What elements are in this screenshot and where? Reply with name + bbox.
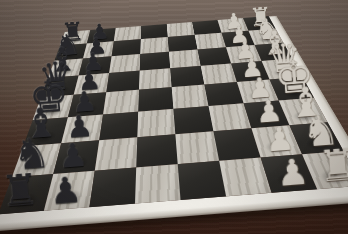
square-f5: [137, 109, 175, 137]
square-g5: [136, 134, 177, 167]
square-f4: [173, 106, 213, 134]
square-g4: [175, 131, 219, 164]
board: ♜♟♟♜♞♟♟♞♝♟♟♝♛♟♟♛♚♟♟♚♝♟♟♝♞♟♟♞♜♟♟♜: [0, 16, 348, 214]
chess-set-photo: ♜♟♟♜♞♟♟♞♝♟♟♝♛♟♟♛♚♟♟♚♝♟♟♝♞♟♟♞♜♟♟♜: [0, 0, 348, 234]
square-h4: [178, 161, 226, 200]
square-h7: ♟: [44, 171, 95, 211]
square-d5: [139, 68, 172, 89]
square-h5: [135, 164, 181, 203]
black-pawn: ♟: [33, 171, 98, 210]
square-e4: [172, 85, 209, 109]
board-perspective-wrapper: ♜♟♟♜♞♟♟♞♝♟♟♝♛♟♟♛♚♟♟♚♝♟♟♝♞♟♟♞♜♟♟♜: [29, 0, 314, 189]
square-e5: [138, 87, 173, 112]
square-h2: ♟: [261, 154, 318, 192]
white-pawn: ♟: [260, 153, 325, 192]
square-d4: [170, 66, 204, 87]
scene: ♜♟♟♜♞♟♟♞♝♟♟♝♛♟♟♛♚♟♟♚♝♟♟♝♞♟♟♞♜♟♟♜: [29, 0, 314, 189]
